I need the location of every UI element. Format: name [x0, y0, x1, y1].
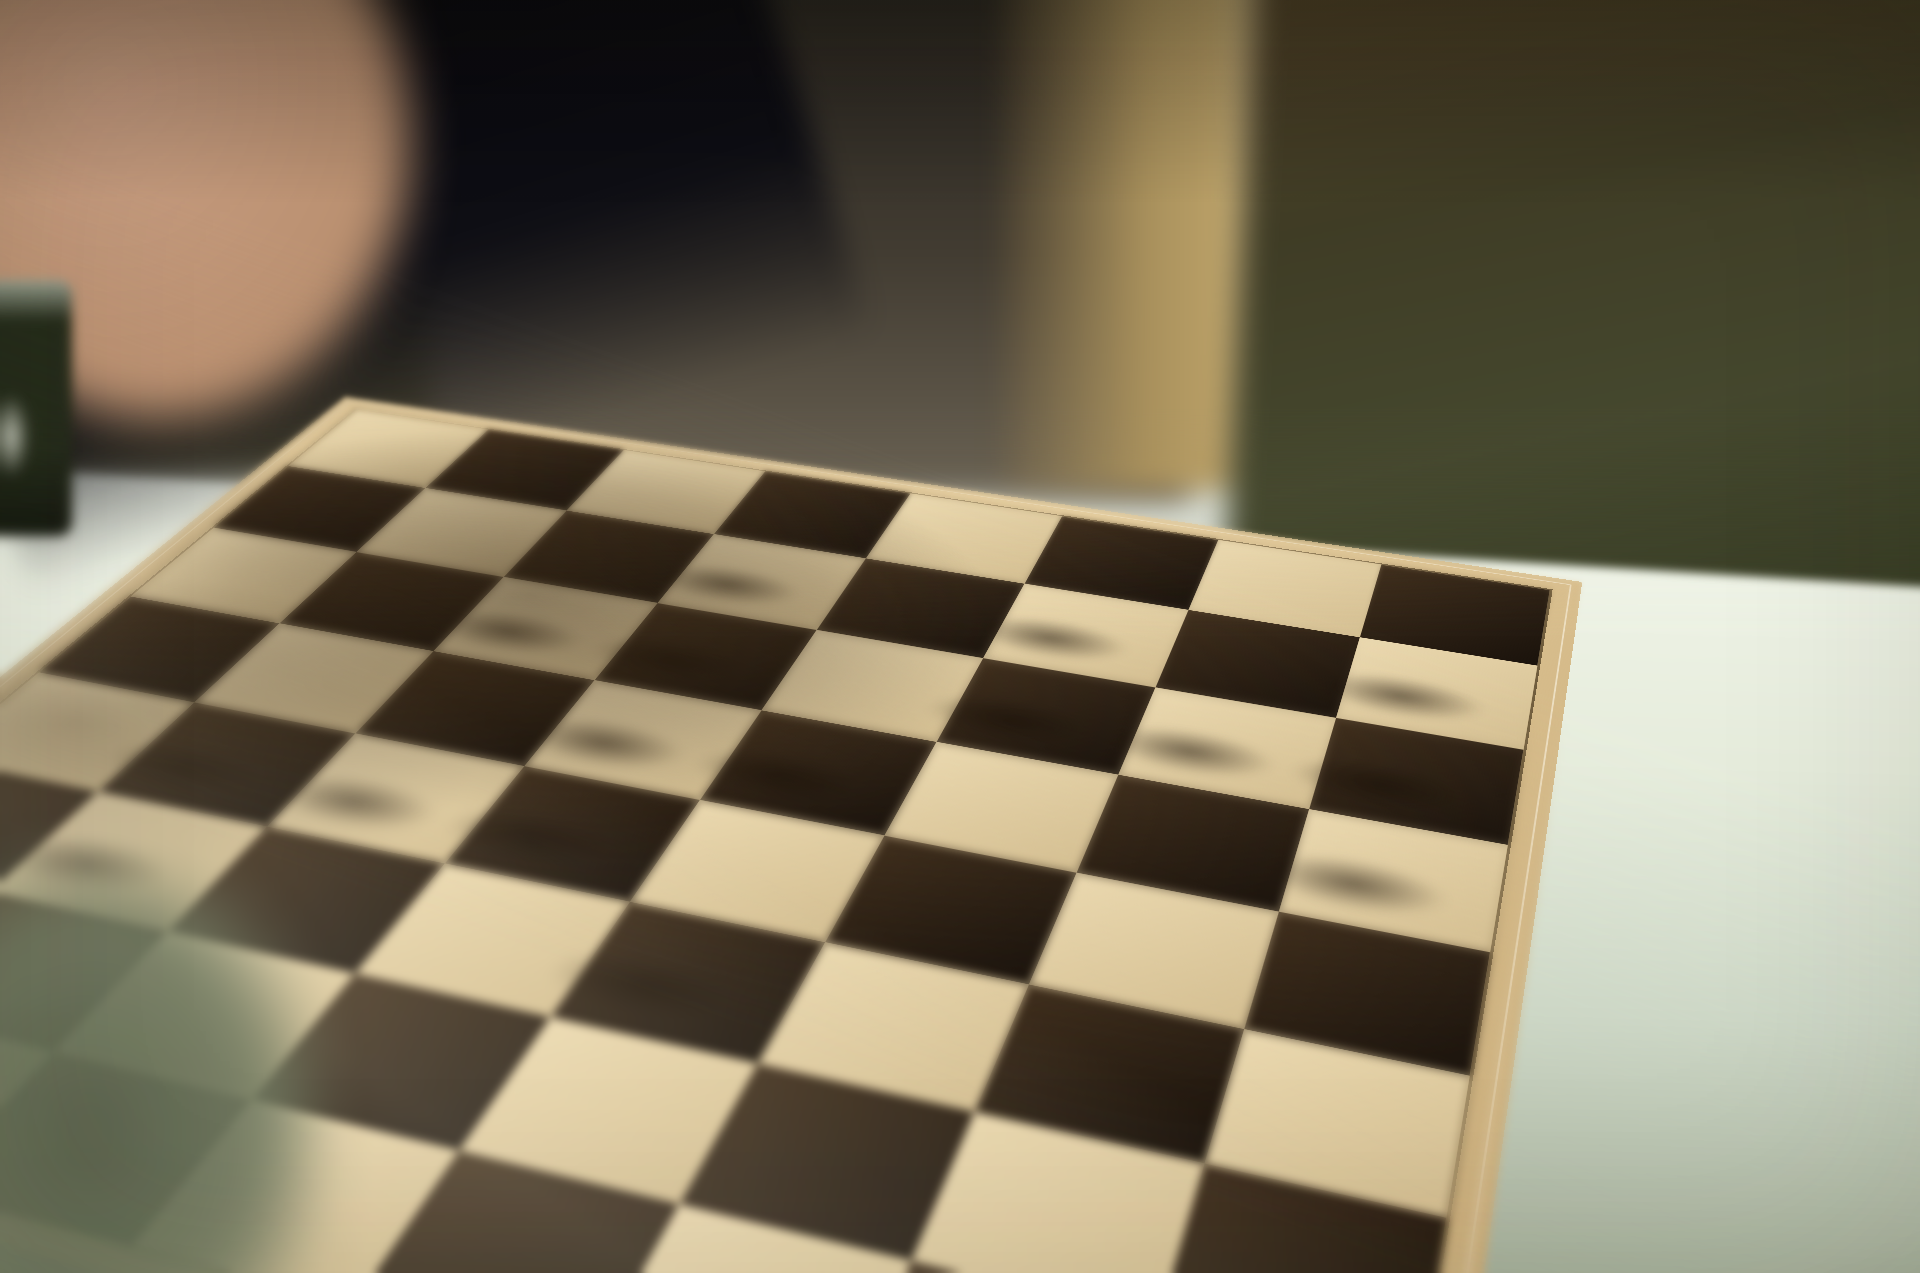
white-bishop-glyph: ♝ — [1130, 536, 1317, 757]
white-pawn-glyph: ♟ — [567, 695, 784, 995]
black-pawn-glyph: ♟ — [284, 635, 478, 808]
foreground-blur-blob — [0, 860, 320, 1273]
black-pawn-glyph: ♟ — [8, 692, 210, 872]
chess-photo-scene: ♚♟♟♜♟♟♝♚♟♞♟♟♟♞♟♟ — [0, 0, 1920, 1273]
piece-black-pawn-f6[interactable]: ♟ — [936, 658, 1155, 774]
black-pawn-glyph: ♟ — [948, 561, 1131, 725]
square-e2[interactable] — [459, 1017, 757, 1203]
white-pawn-glyph: ♟ — [1290, 710, 1494, 892]
